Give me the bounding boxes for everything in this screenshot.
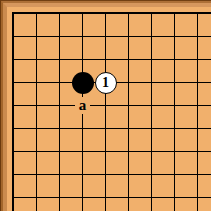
intersection-8-1 xyxy=(163,2,186,25)
intersection-3-6 xyxy=(48,117,71,140)
intersection-2-4 xyxy=(25,71,48,94)
intersection-9-7 xyxy=(186,140,209,163)
intersection-8-8 xyxy=(163,163,186,186)
intersection-9-2 xyxy=(186,25,209,48)
intersection-3-7 xyxy=(48,140,71,163)
intersection-8-7 xyxy=(163,140,186,163)
board-frame-outer: 1a xyxy=(0,0,211,211)
intersection-7-1 xyxy=(140,2,163,25)
intersection-3-9 xyxy=(48,186,71,209)
intersection-6-2 xyxy=(117,25,140,48)
intersection-1-1 xyxy=(2,2,25,25)
intersection-9-5 xyxy=(186,94,209,117)
intersection-1-9 xyxy=(2,186,25,209)
intersection-3-5 xyxy=(48,94,71,117)
intersection-3-3 xyxy=(48,48,71,71)
intersection-4-7 xyxy=(71,140,94,163)
intersection-6-6 xyxy=(117,117,140,140)
intersection-5-5 xyxy=(94,94,117,117)
intersection-3-8 xyxy=(48,163,71,186)
intersection-8-5 xyxy=(163,94,186,117)
intersection-4-2 xyxy=(71,25,94,48)
intersection-4-1 xyxy=(71,2,94,25)
intersection-1-8 xyxy=(2,163,25,186)
intersection-8-4 xyxy=(163,71,186,94)
intersection-9-9 xyxy=(186,186,209,209)
intersection-2-3 xyxy=(25,48,48,71)
board-frame-mid: 1a xyxy=(1,1,211,211)
intersection-9-4 xyxy=(186,71,209,94)
intersection-1-5 xyxy=(2,94,25,117)
white-stone-move-1: 1 xyxy=(95,72,117,94)
intersection-3-2 xyxy=(48,25,71,48)
intersection-1-4 xyxy=(2,71,25,94)
intersection-4-9 xyxy=(71,186,94,209)
intersection-8-9 xyxy=(163,186,186,209)
intersection-1-7 xyxy=(2,140,25,163)
intersection-7-6 xyxy=(140,117,163,140)
intersection-2-7 xyxy=(25,140,48,163)
intersection-6-3 xyxy=(117,48,140,71)
intersection-4-5: a xyxy=(71,94,94,117)
intersection-6-4 xyxy=(117,71,140,94)
intersection-6-9 xyxy=(117,186,140,209)
intersection-1-6 xyxy=(2,117,25,140)
intersection-5-7 xyxy=(94,140,117,163)
intersection-5-3 xyxy=(94,48,117,71)
intersection-4-8 xyxy=(71,163,94,186)
intersection-7-4 xyxy=(140,71,163,94)
intersection-7-8 xyxy=(140,163,163,186)
go-board: 1a xyxy=(7,7,211,211)
intersection-5-4: 1 xyxy=(94,71,117,94)
intersection-7-5 xyxy=(140,94,163,117)
intersection-5-9 xyxy=(94,186,117,209)
intersection-6-5 xyxy=(117,94,140,117)
intersection-8-2 xyxy=(163,25,186,48)
intersection-2-5 xyxy=(25,94,48,117)
intersection-9-6 xyxy=(186,117,209,140)
intersection-5-1 xyxy=(94,2,117,25)
intersection-4-3 xyxy=(71,48,94,71)
intersection-6-8 xyxy=(117,163,140,186)
intersection-2-9 xyxy=(25,186,48,209)
intersection-2-6 xyxy=(25,117,48,140)
intersection-7-9 xyxy=(140,186,163,209)
intersection-5-2 xyxy=(94,25,117,48)
intersection-4-4 xyxy=(71,71,94,94)
intersection-9-8 xyxy=(186,163,209,186)
board-frame-inner: 1a xyxy=(3,3,211,211)
intersection-6-7 xyxy=(117,140,140,163)
intersection-1-3 xyxy=(2,48,25,71)
go-board-diagram: 1a xyxy=(0,0,211,211)
intersection-2-1 xyxy=(25,2,48,25)
intersection-6-1 xyxy=(117,2,140,25)
intersection-1-2 xyxy=(2,25,25,48)
black-stone xyxy=(72,72,94,94)
intersection-7-2 xyxy=(140,25,163,48)
intersection-3-1 xyxy=(48,2,71,25)
intersection-8-6 xyxy=(163,117,186,140)
intersection-9-3 xyxy=(186,48,209,71)
intersection-8-3 xyxy=(163,48,186,71)
point-label-a: a xyxy=(75,97,90,114)
intersection-3-4 xyxy=(48,71,71,94)
intersection-7-3 xyxy=(140,48,163,71)
intersection-5-6 xyxy=(94,117,117,140)
intersection-9-1 xyxy=(186,2,209,25)
intersection-5-8 xyxy=(94,163,117,186)
board-grid: 1a xyxy=(2,2,209,209)
intersection-2-2 xyxy=(25,25,48,48)
intersection-7-7 xyxy=(140,140,163,163)
intersection-4-6 xyxy=(71,117,94,140)
intersection-2-8 xyxy=(25,163,48,186)
